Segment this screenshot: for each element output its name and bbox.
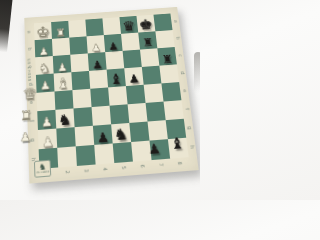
square-r4c6 — [144, 83, 164, 103]
piece-black-pawn: ♟ — [92, 59, 103, 70]
right-side-shadow — [194, 52, 200, 92]
square-r4c1 — [54, 90, 73, 110]
square-r7c4 — [113, 142, 133, 163]
square-r6c0: ♟ — [38, 129, 57, 150]
square-r4c4 — [108, 86, 128, 106]
piece-black-king: ♚ — [139, 18, 154, 33]
logo-caption: US CHESS — [36, 171, 49, 175]
piece-white-bishop: ♝ — [56, 76, 70, 91]
square-r2c0: ♞ — [35, 56, 53, 75]
square-r2c4 — [105, 51, 124, 70]
square-r2c2 — [70, 53, 89, 72]
square-r0c1: ♜ — [51, 21, 69, 39]
square-r1c7 — [155, 30, 174, 48]
piece-black-queen: ♛ — [122, 20, 136, 34]
square-r6c4: ♞ — [111, 123, 131, 144]
square-r5c6 — [146, 102, 166, 122]
square-r4c3 — [90, 87, 109, 107]
square-r5c1: ♞ — [55, 108, 74, 128]
captured-black-pawn: ♟ — [148, 142, 161, 156]
captured-white-pawn: ♟ — [20, 131, 31, 144]
square-r3c0: ♟ — [36, 74, 55, 93]
square-r3c7 — [159, 64, 179, 83]
square-r2c3: ♟ — [88, 52, 107, 71]
square-r3c1: ♝ — [54, 72, 73, 91]
square-r6c3: ♟ — [93, 124, 113, 145]
piece-white-pawn: ♟ — [41, 116, 53, 129]
square-r0c5: ♛ — [119, 16, 138, 34]
square-r6c1 — [56, 127, 75, 148]
square-r2c7: ♜ — [157, 47, 177, 66]
board-grid: ♚♜♛♚♟♟♟♜♞♟♟♜♟♝♝♟♟♞♟♟♞ — [34, 13, 189, 168]
square-r6c5 — [129, 122, 149, 142]
photo-scene: US CHESS abcdefgh abcdefgh 12345678 ♚♜♛♚… — [0, 0, 200, 200]
square-r1c3: ♟ — [87, 35, 106, 53]
square-r4c2 — [72, 89, 91, 109]
piece-black-pawn: ♟ — [128, 74, 140, 86]
square-r7c2 — [76, 145, 96, 166]
square-r5c5 — [128, 103, 148, 123]
piece-black-pawn: ♟ — [96, 130, 109, 144]
square-r4c5 — [126, 85, 146, 105]
piece-white-king: ♚ — [36, 25, 50, 40]
piece-black-bishop: ♝ — [109, 72, 123, 87]
square-r6c2 — [75, 126, 95, 147]
square-r3c2 — [71, 71, 90, 90]
square-r0c3 — [85, 18, 103, 36]
square-r1c6: ♜ — [138, 31, 157, 49]
table-edge-shadow — [0, 0, 13, 53]
square-r4c7 — [161, 82, 181, 101]
piece-white-pawn: ♟ — [41, 135, 54, 149]
square-r0c4 — [102, 17, 121, 35]
square-r7c3 — [94, 143, 114, 164]
captured-black-bishop: ♝ — [170, 136, 186, 152]
square-r1c5 — [121, 33, 140, 51]
square-r6c6 — [148, 120, 168, 140]
square-r5c4 — [110, 104, 130, 124]
piece-black-knight: ♞ — [114, 127, 129, 143]
square-r0c6: ♚ — [136, 15, 155, 33]
square-r5c2 — [73, 107, 92, 127]
square-r1c2 — [69, 36, 87, 54]
captured-white-queen: ♛ — [22, 86, 37, 102]
square-r5c7 — [164, 100, 184, 120]
us-chess-logo: ♞ US CHESS — [34, 160, 51, 178]
chess-mat: US CHESS abcdefgh abcdefgh 12345678 ♚♜♛♚… — [24, 7, 198, 184]
square-r3c4: ♝ — [107, 68, 126, 87]
piece-black-rook: ♜ — [161, 53, 173, 65]
square-r3c5: ♟ — [124, 67, 143, 86]
square-r0c7 — [153, 13, 172, 31]
square-r1c0: ♟ — [35, 39, 53, 57]
captured-white-rook: ♜ — [20, 109, 32, 123]
square-r0c2 — [68, 20, 86, 38]
square-r1c1 — [52, 38, 70, 56]
piece-white-pawn: ♟ — [40, 81, 51, 93]
square-r1c4: ♟ — [104, 34, 123, 52]
square-r5c0: ♟ — [37, 110, 56, 130]
square-r4c0 — [37, 91, 56, 111]
piece-white-knight: ♞ — [38, 61, 50, 74]
square-r5c3 — [92, 106, 112, 126]
piece-black-knight: ♞ — [58, 113, 72, 129]
square-r2c5 — [123, 50, 142, 69]
square-r2c1: ♟ — [53, 55, 72, 74]
piece-black-rook: ♜ — [142, 38, 153, 49]
square-r0c0: ♚ — [34, 22, 52, 40]
square-r2c6 — [140, 48, 159, 67]
square-r7c1 — [57, 146, 77, 167]
square-r3c6 — [142, 66, 162, 85]
square-r3c3 — [89, 70, 108, 89]
